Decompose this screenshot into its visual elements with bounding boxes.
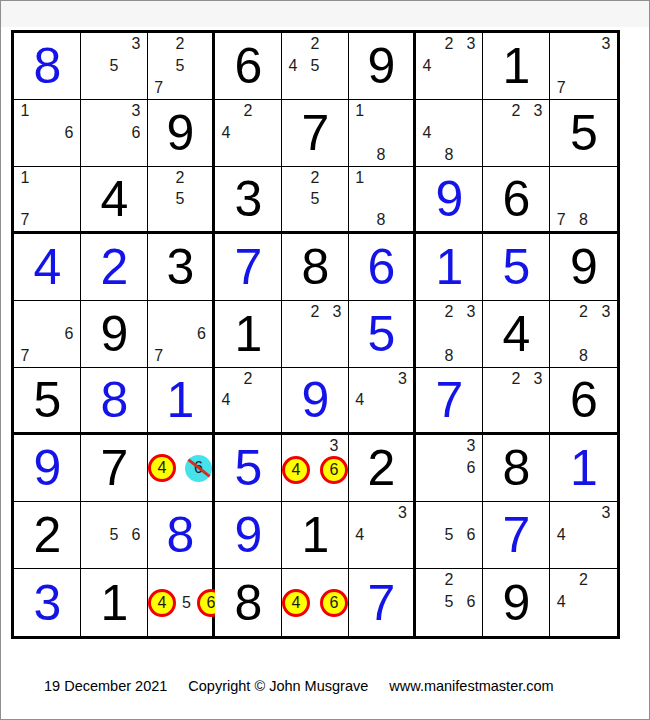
solved-digit: 9: [436, 174, 463, 224]
given-digit: 2: [34, 510, 61, 560]
given-digit: 5: [34, 375, 61, 425]
given-digit: 9: [570, 242, 597, 292]
solved-digit: 8: [34, 41, 61, 91]
given-digit: 1: [503, 41, 530, 91]
cell-r9c3[interactable]: 456: [148, 569, 215, 636]
candidate-5: 5: [104, 525, 125, 546]
candidate-4-circled-yellow: 4: [148, 589, 176, 617]
cell-r3c8[interactable]: 6: [483, 167, 550, 234]
cell-r2c3[interactable]: 9: [148, 100, 215, 167]
solved-digit: 9: [34, 443, 61, 493]
candidate-4-circled-yellow: 4: [148, 454, 176, 482]
candidate-3: 3: [327, 302, 348, 323]
cell-r6c1[interactable]: 5: [14, 368, 81, 435]
candidate-7: 7: [551, 210, 572, 231]
solved-digit: 7: [503, 510, 530, 560]
cell-r4c7[interactable]: 1: [416, 234, 483, 301]
given-digit: 4: [503, 309, 530, 359]
candidate-6: 6: [461, 458, 482, 479]
given-digit: 3: [235, 174, 262, 224]
candidate-7: 7: [551, 78, 572, 99]
candidate-2: 2: [506, 368, 527, 389]
candidate-4: 4: [417, 56, 438, 77]
given-digit: 9: [101, 309, 128, 359]
footer-date: 19 December 2021: [44, 678, 167, 694]
cell-r2c8[interactable]: 23: [483, 100, 550, 167]
candidate-5: 5: [176, 592, 197, 613]
cell-r2c6[interactable]: 18: [349, 100, 416, 167]
candidate-2: 2: [238, 368, 259, 389]
candidate-1: 1: [349, 101, 370, 122]
candidate-6: 6: [461, 525, 482, 546]
cell-r1c9[interactable]: 37: [550, 33, 617, 100]
given-digit: 9: [167, 108, 194, 158]
cell-r4c9[interactable]: 9: [550, 234, 617, 301]
cell-r1c8[interactable]: 1: [483, 33, 550, 100]
cell-r9c2[interactable]: 1: [81, 569, 148, 636]
candidate-1: 1: [15, 167, 36, 188]
solved-digit: 2: [101, 242, 128, 292]
cell-r8c9[interactable]: 34: [550, 502, 617, 569]
given-digit: 8: [302, 242, 329, 292]
candidate-3: 3: [324, 435, 345, 456]
cell-r7c8[interactable]: 8: [483, 435, 550, 502]
cell-r6c3[interactable]: 1: [148, 368, 215, 435]
candidate-3: 3: [461, 436, 482, 457]
cell-r3c9[interactable]: 78: [550, 167, 617, 234]
cell-r7c3[interactable]: 46: [148, 435, 215, 502]
candidate-5: 5: [305, 56, 326, 77]
candidate-3: 3: [126, 34, 147, 55]
footer: 19 December 2021 Copyright © John Musgra…: [44, 678, 554, 694]
cell-r4c5[interactable]: 8: [282, 234, 349, 301]
given-digit: 6: [503, 174, 530, 224]
candidate-4: 4: [349, 525, 370, 546]
candidate-2: 2: [439, 570, 460, 591]
candidate-1: 1: [349, 167, 370, 188]
candidate-8: 8: [370, 145, 391, 166]
candidate-6: 6: [126, 123, 147, 144]
cell-r8c5[interactable]: 1: [282, 502, 349, 569]
candidate-2: 2: [439, 34, 460, 55]
candidate-1: 1: [15, 101, 36, 122]
candidate-4: 4: [216, 389, 237, 410]
candidate-8: 8: [573, 346, 594, 367]
cell-r4c1[interactable]: 4: [14, 234, 81, 301]
candidate-2: 2: [573, 302, 594, 323]
cell-r5c9[interactable]: 238: [550, 301, 617, 368]
candidate-3: 3: [595, 302, 616, 323]
candidate-4: 4: [551, 592, 572, 613]
cell-r6c4[interactable]: 24: [215, 368, 282, 435]
candidate-4-circled-yellow: 4: [282, 589, 310, 617]
candidate-3: 3: [461, 34, 482, 55]
candidate-2: 2: [573, 570, 594, 591]
cell-r4c3[interactable]: 3: [148, 234, 215, 301]
given-digit: 6: [570, 375, 597, 425]
candidate-2: 2: [305, 167, 326, 188]
solved-digit: 8: [101, 375, 128, 425]
cell-r5c4[interactable]: 1: [215, 301, 282, 368]
cell-r6c5[interactable]: 9: [282, 368, 349, 435]
cell-r4c4[interactable]: 7: [215, 234, 282, 301]
cell-r9c7[interactable]: 256: [416, 569, 483, 636]
given-digit: 8: [235, 578, 262, 628]
cell-r5c1[interactable]: 67: [14, 301, 81, 368]
cell-r6c9[interactable]: 6: [550, 368, 617, 435]
cell-r3c7[interactable]: 9: [416, 167, 483, 234]
cell-r6c6[interactable]: 34: [349, 368, 416, 435]
cell-r7c4[interactable]: 5: [215, 435, 282, 502]
solved-digit: 1: [570, 443, 597, 493]
solved-digit: 7: [368, 578, 395, 628]
given-digit: 4: [101, 174, 128, 224]
candidate-8: 8: [370, 210, 391, 231]
cell-r5c7[interactable]: 238: [416, 301, 483, 368]
given-digit: 9: [368, 41, 395, 91]
footer-url: www.manifestmaster.com: [389, 678, 553, 694]
cell-r1c3[interactable]: 257: [148, 33, 215, 100]
candidate-3: 3: [595, 34, 616, 55]
candidate-2: 2: [169, 34, 190, 55]
cell-r6c2[interactable]: 8: [81, 368, 148, 435]
candidate-5: 5: [169, 56, 190, 77]
cell-r3c2[interactable]: 4: [81, 167, 148, 234]
candidate-7: 7: [148, 346, 169, 367]
cell-r8c4[interactable]: 9: [215, 502, 282, 569]
cell-r8c6[interactable]: 34: [349, 502, 416, 569]
sudoku-grid: 8352576245923413716369247184823517425325…: [11, 30, 620, 639]
candidate-5: 5: [169, 188, 190, 209]
sudoku-page: { "game": "sudoku", "position": { "grid8…: [0, 0, 650, 720]
candidate-4-circled-yellow: 4: [282, 456, 310, 484]
candidate-5: 5: [305, 188, 326, 209]
solved-digit: 9: [302, 375, 329, 425]
given-digit: 9: [503, 578, 530, 628]
cell-r9c8[interactable]: 9: [483, 569, 550, 636]
candidate-6-circled-yellow: 6: [320, 589, 348, 617]
cell-r4c6[interactable]: 6: [349, 234, 416, 301]
cell-r6c7[interactable]: 7: [416, 368, 483, 435]
cell-r5c2[interactable]: 9: [81, 301, 148, 368]
cell-r5c8[interactable]: 4: [483, 301, 550, 368]
cell-r1c6[interactable]: 9: [349, 33, 416, 100]
cell-r3c3[interactable]: 25: [148, 167, 215, 234]
cell-r6c8[interactable]: 23: [483, 368, 550, 435]
footer-copyright: Copyright © John Musgrave: [188, 678, 368, 694]
solved-digit: 3: [34, 578, 61, 628]
cell-r1c4[interactable]: 6: [215, 33, 282, 100]
solved-digit: 1: [436, 242, 463, 292]
solved-digit: 8: [167, 510, 194, 560]
cell-r3c5[interactable]: 25: [282, 167, 349, 234]
candidate-4: 4: [283, 56, 304, 77]
solved-digit: 5: [235, 443, 262, 493]
cell-r9c1[interactable]: 3: [14, 569, 81, 636]
candidate-6: 6: [461, 592, 482, 613]
candidate-8: 8: [439, 145, 460, 166]
cell-r3c4[interactable]: 3: [215, 167, 282, 234]
candidate-7: 7: [15, 210, 36, 231]
candidate-5: 5: [104, 56, 125, 77]
cell-r9c9[interactable]: 24: [550, 569, 617, 636]
cell-r8c1[interactable]: 2: [14, 502, 81, 569]
candidate-3: 3: [392, 503, 413, 524]
cell-r7c7[interactable]: 36: [416, 435, 483, 502]
elimination-slash-icon: [187, 459, 210, 478]
cell-r2c4[interactable]: 24: [215, 100, 282, 167]
candidate-2: 2: [169, 167, 190, 188]
candidate-3: 3: [126, 101, 147, 122]
cell-r8c2[interactable]: 56: [81, 502, 148, 569]
candidate-5: 5: [439, 592, 460, 613]
cell-r5c5[interactable]: 23: [282, 301, 349, 368]
candidate-3: 3: [595, 503, 616, 524]
candidate-6: 6: [59, 123, 80, 144]
cell-r3c1[interactable]: 17: [14, 167, 81, 234]
given-digit: 3: [167, 242, 194, 292]
cell-r3c6[interactable]: 18: [349, 167, 416, 234]
candidate-6-highlight-cyan: 6: [185, 455, 212, 482]
cell-r1c1[interactable]: 8: [14, 33, 81, 100]
cell-r2c7[interactable]: 48: [416, 100, 483, 167]
candidate-6-circled-yellow: 6: [320, 456, 348, 484]
given-digit: 1: [101, 578, 128, 628]
cell-r7c5[interactable]: 346: [282, 435, 349, 502]
solved-digit: 7: [235, 242, 262, 292]
cell-r9c5[interactable]: 46: [282, 569, 349, 636]
cell-r7c6[interactable]: 2: [349, 435, 416, 502]
candidate-4: 4: [417, 123, 438, 144]
candidate-5: 5: [439, 525, 460, 546]
top-strip: [1, 1, 649, 27]
solved-digit: 5: [368, 309, 395, 359]
candidate-4: 4: [216, 123, 237, 144]
cell-r8c8[interactable]: 7: [483, 502, 550, 569]
cell-r1c5[interactable]: 245: [282, 33, 349, 100]
solved-digit: 9: [235, 510, 262, 560]
cell-r2c1[interactable]: 16: [14, 100, 81, 167]
candidate-2: 2: [238, 101, 259, 122]
cell-r4c2[interactable]: 2: [81, 234, 148, 301]
candidate-6: 6: [126, 525, 147, 546]
candidate-8: 8: [573, 210, 594, 231]
cell-r4c8[interactable]: 5: [483, 234, 550, 301]
cell-r5c3[interactable]: 67: [148, 301, 215, 368]
candidate-7: 7: [148, 78, 169, 99]
cell-r7c1[interactable]: 9: [14, 435, 81, 502]
candidate-3: 3: [528, 368, 549, 389]
candidate-4: 4: [349, 389, 370, 410]
cell-r8c3[interactable]: 8: [148, 502, 215, 569]
cell-r2c5[interactable]: 7: [282, 100, 349, 167]
candidate-3: 3: [392, 368, 413, 389]
cell-r2c2[interactable]: 36: [81, 100, 148, 167]
candidate-8: 8: [439, 346, 460, 367]
given-digit: 1: [302, 510, 329, 560]
given-digit: 6: [235, 41, 262, 91]
candidate-2: 2: [305, 34, 326, 55]
candidate-2: 2: [506, 101, 527, 122]
candidate-7: 7: [15, 346, 36, 367]
cell-r7c2[interactable]: 7: [81, 435, 148, 502]
cell-r1c2[interactable]: 35: [81, 33, 148, 100]
given-digit: 1: [235, 309, 262, 359]
given-digit: 8: [503, 443, 530, 493]
cell-r5c6[interactable]: 5: [349, 301, 416, 368]
given-digit: 7: [302, 108, 329, 158]
solved-digit: 1: [167, 375, 194, 425]
solved-digit: 6: [368, 242, 395, 292]
candidate-3: 3: [528, 101, 549, 122]
given-digit: 7: [101, 443, 128, 493]
given-digit: 2: [368, 443, 395, 493]
solved-digit: 7: [436, 375, 463, 425]
solved-digit: 5: [503, 242, 530, 292]
candidate-6: 6: [59, 324, 80, 345]
candidate-2: 2: [439, 302, 460, 323]
cell-r2c9[interactable]: 5: [550, 100, 617, 167]
candidate-4: 4: [551, 525, 572, 546]
candidate-6: 6: [191, 324, 212, 345]
cell-r9c4[interactable]: 8: [215, 569, 282, 636]
solved-digit: 4: [34, 242, 61, 292]
candidate-2: 2: [305, 302, 326, 323]
cell-r8c7[interactable]: 56: [416, 502, 483, 569]
given-digit: 5: [570, 108, 597, 158]
cell-r7c9[interactable]: 1: [550, 435, 617, 502]
cell-r9c6[interactable]: 7: [349, 569, 416, 636]
candidate-3: 3: [461, 302, 482, 323]
cell-r1c7[interactable]: 234: [416, 33, 483, 100]
